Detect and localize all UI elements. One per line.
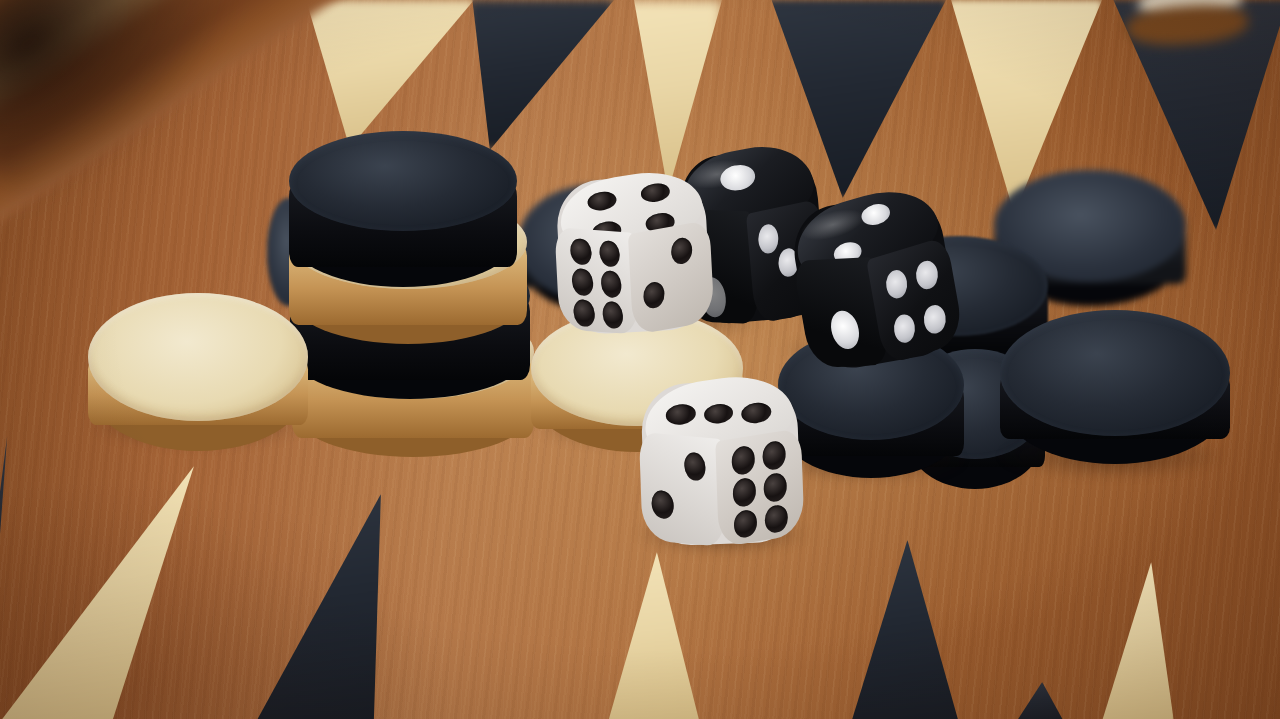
die-white-back-left-pip-2 (599, 239, 621, 267)
point-bottom-black-1 (246, 494, 388, 719)
die-white-front (637, 376, 805, 550)
board-objects-layer (0, 0, 1280, 719)
die-white-front-right-pip-3 (733, 477, 756, 508)
die-white-back-top-pip-1 (587, 190, 618, 213)
die-white-front-top-pip-3 (740, 401, 772, 425)
point-bottom-black-0 (0, 436, 32, 719)
die-white-front-right-pip-6 (765, 504, 788, 535)
die-white-back-left-pip-4 (600, 270, 622, 298)
point-bottom-cream-3 (1098, 562, 1174, 719)
die-white-back-right-pip-2 (643, 280, 666, 310)
die-white-front-right-pip-5 (734, 508, 757, 539)
die-black-front-right-pip-2 (914, 258, 940, 292)
die-white-front-top-pip-1 (665, 403, 697, 427)
die-white-back-left-pip-6 (602, 301, 624, 329)
checker-black-right-large (1000, 310, 1230, 464)
die-white-front-right-face (715, 428, 804, 547)
die-white-front-left-pip-2 (652, 490, 675, 520)
die-white-front-left-face (639, 432, 726, 547)
die-white-front-right-pip-2 (763, 440, 786, 471)
checker-black-right-large-top (1000, 310, 1230, 436)
die-white-front-right-pip-4 (764, 472, 787, 503)
die-white-front-top-pip-2 (703, 402, 735, 426)
checker-stack-black-top (289, 131, 517, 287)
die-white-back-right-face (628, 220, 715, 335)
die-white-back-top-pip-2 (640, 181, 671, 204)
rail-corner-shadow (0, 0, 298, 214)
die-black-front-left-pip-1 (828, 310, 862, 350)
die-white-front-right-pip-1 (732, 445, 755, 476)
point-bottom-black-2 (844, 540, 966, 719)
checker-stack-black-top-top (289, 131, 517, 231)
die-white-back-left-pip-3 (572, 268, 594, 296)
die-black-front-right-pip-3 (892, 312, 918, 346)
die-black-back-top-pip-1 (718, 162, 757, 193)
point-top-cream-1 (306, 0, 474, 148)
die-white-back (552, 171, 715, 339)
point-bottom-cream-2 (608, 552, 712, 719)
die-white-back-left-pip-1 (570, 237, 592, 265)
die-black-back-right-pip-1 (757, 222, 779, 255)
checker-cream-left-top (88, 293, 308, 421)
checker-cream-left (88, 293, 308, 451)
backgammon-board-photo (0, 0, 1280, 719)
die-white-back-left-face (554, 227, 639, 335)
die-white-front-left-pip-1 (683, 452, 706, 482)
die-black-front (783, 184, 966, 379)
die-white-back-left-pip-5 (573, 299, 595, 327)
die-white-back-right-pip-1 (670, 237, 693, 267)
point-bottom-cream-1 (0, 466, 200, 719)
point-bottom-black-3 (1012, 682, 1064, 719)
die-black-front-top-pip-1 (859, 201, 892, 228)
die-black-front-right-pip-1 (884, 267, 910, 301)
die-black-front-right-pip-4 (922, 302, 948, 336)
point-top-black-1 (468, 0, 614, 150)
